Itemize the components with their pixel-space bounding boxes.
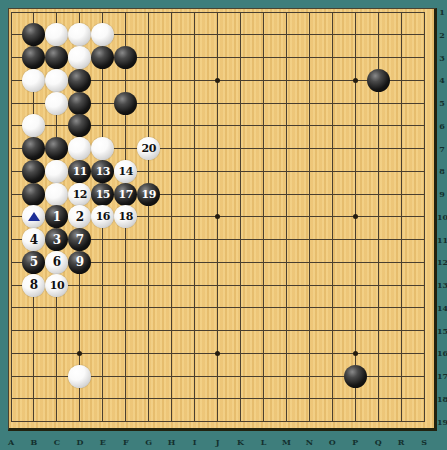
row-label-18: 18 [437,394,447,404]
row-label-17: 17 [437,371,447,381]
row-label-3: 3 [437,53,447,63]
column-label-O: O [324,437,340,447]
column-label-Q: Q [370,437,386,447]
row-label-6: 6 [437,121,447,131]
column-label-A: A [3,437,19,447]
column-label-M: M [278,437,294,447]
stone-C8[interactable] [45,160,68,183]
column-label-E: E [95,437,111,447]
row-label-10: 10 [437,212,447,222]
move-number: 15 [96,189,110,200]
move-number: 16 [96,211,110,222]
column-label-S: S [416,437,432,447]
stone-Q4[interactable] [367,69,390,92]
move-number: 13 [96,166,110,177]
row-label-15: 15 [437,326,447,336]
column-label-F: F [118,437,134,447]
stone-D17[interactable] [68,365,91,388]
row-label-2: 2 [437,30,447,40]
column-label-P: P [347,437,363,447]
stone-G9-move-19[interactable]: 19 [137,183,160,206]
row-label-19: 19 [437,417,447,427]
column-label-R: R [393,437,409,447]
move-number: 5 [30,256,38,268]
stone-F8-move-14[interactable]: 14 [114,160,137,183]
move-number: 4 [30,234,38,246]
stone-F9-move-17[interactable]: 17 [114,183,137,206]
stone-C12-move-6[interactable]: 6 [45,251,68,274]
row-label-7: 7 [437,144,447,154]
stone-C5[interactable] [45,92,68,115]
stone-C4[interactable] [45,69,68,92]
row-label-13: 13 [437,280,447,290]
move-number: 17 [119,189,133,200]
stone-B9[interactable] [22,183,45,206]
move-number: 20 [142,143,156,154]
move-number: 18 [119,211,133,222]
move-number: 11 [73,166,87,177]
column-label-L: L [255,437,271,447]
row-label-1: 1 [437,7,447,17]
column-label-N: N [301,437,317,447]
move-number: 7 [76,234,84,246]
stone-D12-move-9[interactable]: 9 [68,251,91,274]
move-number: 19 [142,189,156,200]
move-number: 10 [50,280,64,291]
row-label-8: 8 [437,166,447,176]
row-label-12: 12 [437,257,447,267]
go-diagram: 2011131412151719121618437569810 ABCDEFGH… [0,0,447,450]
column-label-H: H [164,437,180,447]
triangle-marker-icon [28,212,40,221]
move-number: 8 [30,279,38,291]
column-label-K: K [233,437,249,447]
move-number: 12 [73,189,87,200]
row-label-4: 4 [437,75,447,85]
stone-D4[interactable] [68,69,91,92]
move-number: 2 [76,211,84,223]
move-number: 9 [76,256,84,268]
row-label-14: 14 [437,303,447,313]
stone-B13-move-8[interactable]: 8 [22,274,45,297]
column-label-C: C [49,437,65,447]
row-label-11: 11 [437,235,447,245]
row-label-9: 9 [437,189,447,199]
column-label-J: J [210,437,226,447]
move-number: 3 [53,234,61,246]
column-label-B: B [26,437,42,447]
stone-P17[interactable] [344,365,367,388]
move-number: 1 [53,211,61,223]
stone-D8-move-11[interactable]: 11 [68,160,91,183]
stone-F5[interactable] [114,92,137,115]
column-label-I: I [187,437,203,447]
stone-C9[interactable] [45,183,68,206]
move-number: 14 [119,166,133,177]
stone-E8-move-13[interactable]: 13 [91,160,114,183]
column-label-G: G [141,437,157,447]
move-number: 6 [53,256,61,268]
stone-C13-move-10[interactable]: 10 [45,274,68,297]
stone-D9-move-12[interactable]: 12 [68,183,91,206]
column-label-D: D [72,437,88,447]
stone-E9-move-15[interactable]: 15 [91,183,114,206]
row-label-5: 5 [437,98,447,108]
stone-D5[interactable] [68,92,91,115]
row-label-16: 16 [437,348,447,358]
